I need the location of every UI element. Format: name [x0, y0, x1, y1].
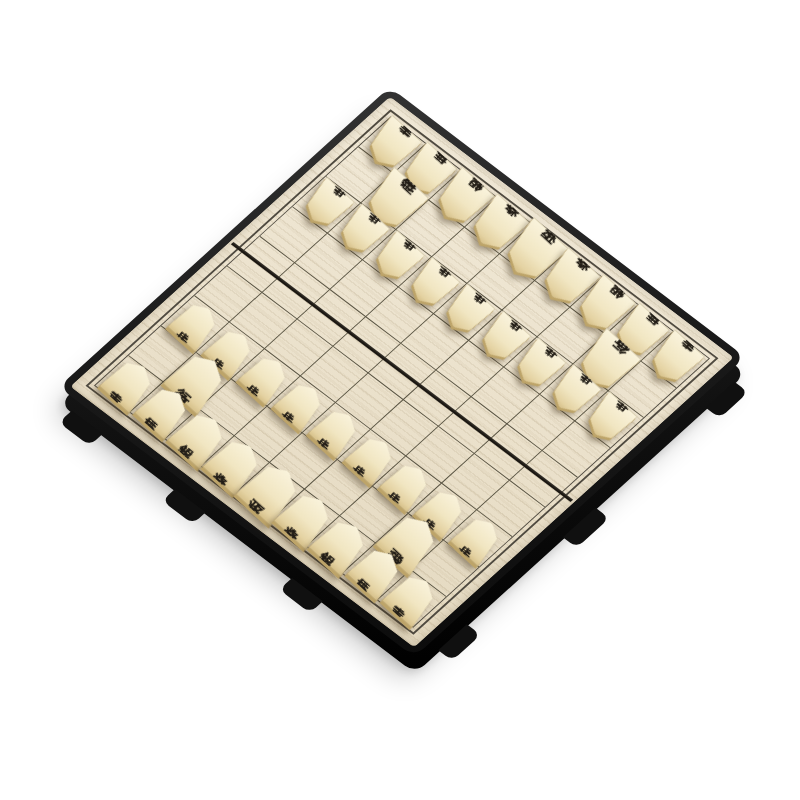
board-frame: 香車桂馬銀将金将玉将金将銀将桂馬香車飛車角行歩兵歩兵歩兵歩兵歩兵歩兵歩兵歩兵歩兵… [59, 87, 746, 657]
piece-kanji-label: 歩兵 [393, 252, 404, 262]
piece-kanji-label: 歩兵 [365, 454, 376, 464]
piece-kanji-label: 歩兵 [464, 306, 475, 316]
piece-kanji-label: 歩兵 [330, 428, 341, 438]
piece-kanji-label: 飛車 [390, 194, 403, 206]
piece-kanji-label: 歩兵 [224, 347, 235, 357]
piece-kanji-label: 桂馬 [369, 567, 380, 577]
piece-kanji-label: 歩兵 [259, 374, 270, 384]
board-foot [438, 624, 481, 660]
piece-kanji-label: 歩兵 [400, 481, 411, 491]
piece-kanji-label: 桂馬 [157, 407, 168, 417]
piece-kanji-label: 銀将 [192, 433, 204, 444]
piece-kanji-label: 歩兵 [428, 279, 439, 289]
piece-kanji-label: 香車 [405, 594, 416, 604]
piece-kanji-label: 銀将 [458, 192, 470, 203]
piece-kanji-label: 角行 [601, 355, 614, 367]
piece-kanji-label: 歩兵 [358, 225, 369, 235]
piece-kanji-label: 金将 [228, 460, 240, 471]
piece-kanji-label: 歩兵 [294, 401, 305, 411]
piece-kanji-label: 金将 [298, 514, 310, 525]
piece-kanji-label: 香車 [388, 139, 399, 149]
piece-kanji-label: 飛車 [402, 537, 415, 549]
piece-kanji-label: 銀将 [334, 540, 346, 551]
piece-kanji-label: 香車 [671, 353, 682, 363]
board-surface: 香車桂馬銀将金将玉将金将銀将桂馬香車飛車角行歩兵歩兵歩兵歩兵歩兵歩兵歩兵歩兵歩兵… [70, 96, 734, 647]
piece-kanji-label: 歩兵 [499, 332, 510, 342]
piece-kanji-label: 玉将 [528, 245, 542, 257]
piece-kanji-label: 歩兵 [605, 413, 616, 423]
piece-kanji-label: 歩兵 [323, 198, 334, 208]
piece-kanji-label: 銀将 [599, 299, 611, 310]
board-foot [706, 381, 749, 417]
product-photo-canvas: 香車桂馬銀将金将玉将金将銀将桂馬香車飛車角行歩兵歩兵歩兵歩兵歩兵歩兵歩兵歩兵歩兵… [0, 0, 800, 800]
piece-kanji-label: 桂馬 [635, 326, 646, 336]
piece-kanji-label: 歩兵 [188, 320, 199, 330]
piece-kanji-label: 王将 [262, 486, 276, 498]
piece-kanji-label: 金将 [493, 219, 505, 230]
piece-kanji-label: 角行 [190, 376, 203, 388]
piece-kanji-label: 金将 [564, 272, 576, 283]
piece-kanji-label: 歩兵 [570, 386, 581, 396]
piece-kanji-label: 歩兵 [436, 508, 447, 518]
piece-kanji-label: 歩兵 [471, 535, 482, 545]
piece-kanji-label: 歩兵 [534, 359, 545, 369]
piece-kanji-label: 桂馬 [423, 165, 434, 175]
piece-kanji-label: 香車 [122, 380, 133, 390]
